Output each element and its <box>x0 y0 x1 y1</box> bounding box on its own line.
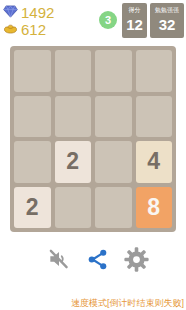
score-label: 得分 <box>129 7 141 14</box>
empty-cell-r3c3 <box>95 141 132 183</box>
best-value: 32 <box>159 16 176 34</box>
empty-cell-r2c1 <box>14 96 51 138</box>
gold-count: 612 <box>21 22 46 38</box>
controls-bar <box>0 246 186 276</box>
tile-4-r3c4: 4 <box>136 141 173 183</box>
empty-cell-r4c2 <box>55 187 92 229</box>
diamond-count: 1492 <box>21 5 54 21</box>
game-screen: 1492 612 3 得分 12 勉勉强强 32 2428 <box>0 0 186 310</box>
diamond-counter: 1492 <box>3 4 54 22</box>
speaker-muted-icon <box>46 246 72 276</box>
gear-icon <box>123 246 150 277</box>
tile-8-r4c4: 8 <box>136 187 173 229</box>
board-2048[interactable]: 2428 <box>10 46 176 232</box>
empty-cell-r2c2 <box>55 96 92 138</box>
diamond-gem-icon <box>3 4 18 22</box>
empty-cell-r1c4 <box>136 50 173 92</box>
empty-cell-r4c3 <box>95 187 132 229</box>
empty-cell-r1c3 <box>95 50 132 92</box>
score-box: 得分 12 <box>122 3 147 38</box>
tile-2-r3c2: 2 <box>55 141 92 183</box>
gold-counter: 612 <box>3 21 46 39</box>
share-button[interactable] <box>84 247 112 275</box>
settings-button[interactable] <box>123 247 151 275</box>
share-icon <box>86 248 109 275</box>
empty-cell-r1c1 <box>14 50 51 92</box>
tile-2-r4c1: 2 <box>14 187 51 229</box>
prop-count-badge[interactable]: 3 <box>99 11 117 29</box>
gold-ingot-icon <box>3 21 18 39</box>
mute-button[interactable] <box>45 247 73 275</box>
best-box: 勉勉强强 32 <box>150 3 184 38</box>
empty-cell-r3c1 <box>14 141 51 183</box>
empty-cell-r2c3 <box>95 96 132 138</box>
score-value: 12 <box>126 16 143 34</box>
empty-cell-r1c2 <box>55 50 92 92</box>
badge-number: 3 <box>105 14 111 26</box>
empty-cell-r2c4 <box>136 96 173 138</box>
game-mode-text: 速度模式[倒计时结束则失败] <box>71 298 184 309</box>
best-label: 勉勉强强 <box>155 7 179 14</box>
